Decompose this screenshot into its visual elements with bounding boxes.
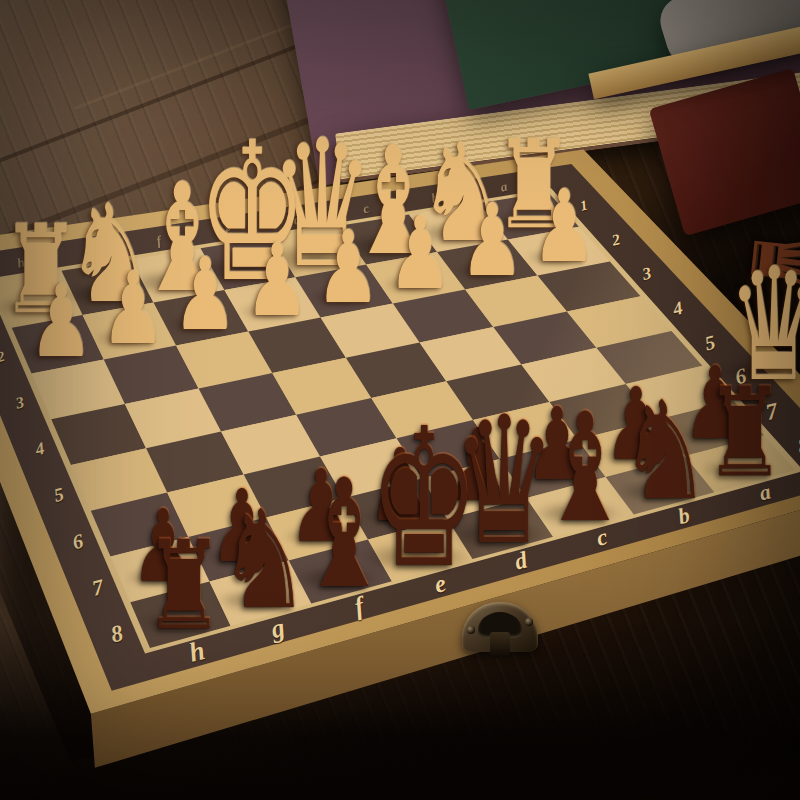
piece-white-p-f2: ♟ xyxy=(172,245,237,345)
piece-shadow xyxy=(532,501,622,527)
piece-shadow xyxy=(362,508,422,525)
piece-shadow xyxy=(440,487,500,504)
piece-black-n-b8: ♞ xyxy=(619,383,712,519)
piece-black-k-e8: ♚ xyxy=(369,403,479,595)
piece-black-p-b7: ♟ xyxy=(604,375,669,475)
chess-pieces: ♜♞♝♛♚♝♞♜♟♟♟♟♟♟♟♟♟♟♟♟♟♟♟♟♜♞♝♛♚♝♞♜♛♛ xyxy=(0,0,800,800)
piece-shadow xyxy=(700,459,773,480)
piece-black-p-d7: ♟ xyxy=(446,416,511,516)
piece-shadow xyxy=(125,569,185,586)
photo-scene: 1122334455667788hhggffeeddccbbaa ♜♞♝♛♚♝♞… xyxy=(0,0,800,800)
piece-shadow xyxy=(340,233,430,259)
piece-black-p-e7: ♟ xyxy=(367,436,432,536)
piece-shadow xyxy=(616,480,698,503)
piece-white-n-g1: ♞ xyxy=(65,186,158,322)
piece-black-b-f8: ♝ xyxy=(298,459,389,609)
piece-black-b-c8: ♝ xyxy=(539,393,630,543)
piece-shadow xyxy=(139,612,212,633)
piece-black-p-f7: ♟ xyxy=(289,457,354,557)
piece-shadow xyxy=(262,243,368,273)
piece-black-n-g8: ♞ xyxy=(218,492,311,628)
piece-shadow xyxy=(415,222,497,245)
piece-black-p-c7: ♟ xyxy=(525,395,590,495)
piece-shadow xyxy=(239,303,299,320)
piece-white-b-c1: ♝ xyxy=(347,126,438,276)
piece-shadow xyxy=(526,249,586,266)
piece-white-p-a2: ♟ xyxy=(532,177,597,277)
piece-white-k-e1: ♚ xyxy=(197,117,307,309)
piece-white-n-b1: ♞ xyxy=(417,125,510,261)
piece-white-b-f1: ♝ xyxy=(136,163,227,313)
piece-shadow xyxy=(95,330,155,347)
piece-shadow xyxy=(677,426,737,443)
piece-black-p-g7: ♟ xyxy=(210,477,275,577)
piece-white-p-e2: ♟ xyxy=(244,231,309,331)
piece-shadow xyxy=(204,548,264,565)
piece-shadow xyxy=(444,520,550,550)
extra-white-queen: ♛ xyxy=(728,247,800,403)
piece-shadow xyxy=(519,467,579,484)
piece-white-p-c2: ♟ xyxy=(388,204,453,304)
piece-shadow xyxy=(23,344,83,361)
piece-shadow xyxy=(167,316,227,333)
piece-shadow xyxy=(719,359,800,386)
piece-white-q-d1: ♛ xyxy=(270,117,374,293)
piece-shadow xyxy=(382,276,442,293)
piece-white-p-g2: ♟ xyxy=(101,259,166,359)
piece-white-p-d2: ♟ xyxy=(316,218,381,318)
piece-shadow xyxy=(62,283,144,306)
piece-shadow xyxy=(489,211,562,232)
piece-shadow xyxy=(454,262,514,279)
piece-white-r-a1: ♜ xyxy=(493,124,574,246)
fallen-dark-piece: ♛ xyxy=(731,220,800,304)
piece-shadow xyxy=(129,270,219,296)
piece-black-q-d8: ♛ xyxy=(452,394,556,570)
piece-shadow xyxy=(186,254,301,287)
piece-shadow xyxy=(291,566,381,592)
piece-black-r-h8: ♜ xyxy=(143,525,224,647)
piece-black-p-a7: ♟ xyxy=(683,354,748,454)
piece-black-p-h7: ♟ xyxy=(131,497,196,597)
piece-shadow xyxy=(215,589,297,612)
piece-shadow xyxy=(0,297,69,318)
piece-black-r-a8: ♜ xyxy=(705,372,786,494)
piece-shadow xyxy=(310,289,370,306)
piece-shadow xyxy=(283,528,343,545)
piece-shadow xyxy=(359,541,474,574)
piece-white-r-h1: ♜ xyxy=(0,209,81,331)
piece-shadow xyxy=(598,446,658,463)
piece-white-p-h2: ♟ xyxy=(29,272,94,372)
piece-white-p-b2: ♟ xyxy=(460,191,525,291)
